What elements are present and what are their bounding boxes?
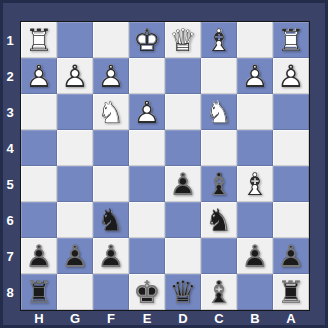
black-pawn[interactable]: ♟♙: [165, 166, 201, 202]
piece-glyph-solid: ♟: [57, 58, 93, 94]
square-c1[interactable]: ♝♗: [201, 22, 237, 58]
square-h4[interactable]: [21, 130, 57, 166]
square-e5[interactable]: [129, 166, 165, 202]
black-pawn[interactable]: ♟♙: [237, 238, 273, 274]
square-c2[interactable]: [201, 58, 237, 94]
piece-glyph-solid: ♟: [237, 58, 273, 94]
square-b1[interactable]: [237, 22, 273, 58]
piece-glyph-outline: ♗: [201, 22, 237, 58]
square-a3[interactable]: [273, 94, 309, 130]
black-pawn[interactable]: ♟♙: [273, 238, 309, 274]
white-queen[interactable]: ♛♕: [165, 22, 201, 58]
square-f5[interactable]: [93, 166, 129, 202]
piece-glyph-solid: ♝: [201, 166, 237, 202]
white-pawn[interactable]: ♟♙: [237, 58, 273, 94]
piece-glyph-outline: ♔: [129, 22, 165, 58]
piece-glyph-outline: ♙: [129, 94, 165, 130]
piece-glyph-solid: ♝: [201, 22, 237, 58]
piece-glyph-solid: ♞: [201, 94, 237, 130]
square-f2[interactable]: ♟♙: [93, 58, 129, 94]
square-d8[interactable]: ♛♕: [165, 274, 201, 310]
square-e4[interactable]: [129, 130, 165, 166]
piece-glyph-solid: ♟: [129, 94, 165, 130]
piece-glyph-solid: ♜: [273, 22, 309, 58]
file-label-g: G: [57, 311, 93, 325]
file-label-b: B: [237, 311, 273, 325]
piece-glyph-outline: ♙: [57, 238, 93, 274]
white-knight[interactable]: ♞♘: [93, 94, 129, 130]
piece-glyph-solid: ♟: [21, 58, 57, 94]
square-a1[interactable]: ♜♖: [273, 22, 309, 58]
piece-glyph-solid: ♞: [201, 202, 237, 238]
square-b3[interactable]: [237, 94, 273, 130]
piece-glyph-solid: ♝: [237, 166, 273, 202]
square-b4[interactable]: [237, 130, 273, 166]
black-bishop[interactable]: ♝♗: [201, 274, 237, 310]
file-label-d: D: [165, 311, 201, 325]
square-g6[interactable]: [57, 202, 93, 238]
square-d7[interactable]: [165, 238, 201, 274]
square-h1[interactable]: ♜♖: [21, 22, 57, 58]
white-pawn[interactable]: ♟♙: [93, 58, 129, 94]
piece-glyph-solid: ♟: [273, 58, 309, 94]
piece-glyph-outline: ♗: [201, 166, 237, 202]
piece-glyph-outline: ♘: [201, 94, 237, 130]
square-d3[interactable]: [165, 94, 201, 130]
piece-glyph-outline: ♖: [273, 274, 309, 310]
piece-glyph-outline: ♙: [237, 58, 273, 94]
white-king[interactable]: ♚♔: [129, 22, 165, 58]
square-a7[interactable]: ♟♙: [273, 238, 309, 274]
chess-board: ♜♖♚♔♛♕♝♗♜♖♟♙♟♙♟♙♟♙♟♙♞♘♟♙♞♘♟♙♝♗♝♗♞♘♞♘♟♙♟♙…: [20, 21, 310, 311]
piece-glyph-solid: ♟: [57, 238, 93, 274]
square-e6[interactable]: [129, 202, 165, 238]
black-knight[interactable]: ♞♘: [201, 202, 237, 238]
piece-glyph-outline: ♘: [93, 202, 129, 238]
piece-glyph-outline: ♙: [237, 238, 273, 274]
white-pawn[interactable]: ♟♙: [21, 58, 57, 94]
square-g7[interactable]: ♟♙: [57, 238, 93, 274]
square-h2[interactable]: ♟♙: [21, 58, 57, 94]
piece-glyph-outline: ♙: [21, 238, 57, 274]
square-e8[interactable]: ♚♔: [129, 274, 165, 310]
square-h8[interactable]: ♜♖: [21, 274, 57, 310]
square-f3[interactable]: ♞♘: [93, 94, 129, 130]
piece-glyph-outline: ♔: [129, 274, 165, 310]
piece-glyph-solid: ♟: [237, 238, 273, 274]
square-e3[interactable]: ♟♙: [129, 94, 165, 130]
square-a5[interactable]: [273, 166, 309, 202]
rank-label-2: 2: [0, 58, 20, 94]
piece-glyph-outline: ♙: [273, 238, 309, 274]
piece-glyph-outline: ♙: [273, 58, 309, 94]
square-g5[interactable]: [57, 166, 93, 202]
piece-glyph-solid: ♞: [93, 202, 129, 238]
square-h6[interactable]: [21, 202, 57, 238]
black-bishop[interactable]: ♝♗: [201, 166, 237, 202]
white-pawn[interactable]: ♟♙: [57, 58, 93, 94]
square-g1[interactable]: [57, 22, 93, 58]
black-queen[interactable]: ♛♕: [165, 274, 201, 310]
square-b7[interactable]: ♟♙: [237, 238, 273, 274]
white-rook[interactable]: ♜♖: [21, 22, 57, 58]
square-g8[interactable]: [57, 274, 93, 310]
black-king[interactable]: ♚♔: [129, 274, 165, 310]
piece-glyph-solid: ♚: [129, 22, 165, 58]
black-rook[interactable]: ♜♖: [273, 274, 309, 310]
piece-glyph-solid: ♟: [93, 238, 129, 274]
square-h7[interactable]: ♟♙: [21, 238, 57, 274]
file-labels: HGFEDCBA: [21, 311, 309, 325]
piece-glyph-solid: ♟: [273, 238, 309, 274]
rank-label-4: 4: [0, 130, 20, 166]
white-pawn[interactable]: ♟♙: [129, 94, 165, 130]
square-e1[interactable]: ♚♔: [129, 22, 165, 58]
file-label-a: A: [273, 311, 309, 325]
rank-labels: 12345678: [0, 22, 20, 310]
piece-glyph-outline: ♙: [57, 58, 93, 94]
white-rook[interactable]: ♜♖: [273, 22, 309, 58]
square-b5[interactable]: ♝♗: [237, 166, 273, 202]
square-b2[interactable]: ♟♙: [237, 58, 273, 94]
square-c7[interactable]: [201, 238, 237, 274]
piece-glyph-outline: ♗: [237, 166, 273, 202]
file-label-c: C: [201, 311, 237, 325]
black-pawn[interactable]: ♟♙: [57, 238, 93, 274]
piece-glyph-solid: ♜: [21, 274, 57, 310]
piece-glyph-outline: ♘: [93, 94, 129, 130]
square-f7[interactable]: ♟♙: [93, 238, 129, 274]
black-pawn[interactable]: ♟♙: [21, 238, 57, 274]
black-knight[interactable]: ♞♘: [93, 202, 129, 238]
square-e7[interactable]: [129, 238, 165, 274]
rank-label-8: 8: [0, 274, 20, 310]
piece-glyph-solid: ♛: [165, 274, 201, 310]
square-a8[interactable]: ♜♖: [273, 274, 309, 310]
square-a4[interactable]: [273, 130, 309, 166]
piece-glyph-outline: ♕: [165, 274, 201, 310]
square-c4[interactable]: [201, 130, 237, 166]
square-g4[interactable]: [57, 130, 93, 166]
rank-label-1: 1: [0, 22, 20, 58]
square-h3[interactable]: [21, 94, 57, 130]
black-rook[interactable]: ♜♖: [21, 274, 57, 310]
piece-glyph-outline: ♙: [21, 58, 57, 94]
file-label-h: H: [21, 311, 57, 325]
piece-glyph-solid: ♜: [273, 274, 309, 310]
square-g3[interactable]: [57, 94, 93, 130]
square-d5[interactable]: ♟♙: [165, 166, 201, 202]
square-f8[interactable]: [93, 274, 129, 310]
square-e2[interactable]: [129, 58, 165, 94]
white-bishop[interactable]: ♝♗: [201, 22, 237, 58]
piece-glyph-solid: ♟: [21, 238, 57, 274]
file-label-e: E: [129, 311, 165, 325]
square-c5[interactable]: ♝♗: [201, 166, 237, 202]
square-a6[interactable]: [273, 202, 309, 238]
square-f4[interactable]: [93, 130, 129, 166]
piece-glyph-solid: ♛: [165, 22, 201, 58]
white-pawn[interactable]: ♟♙: [273, 58, 309, 94]
chess-board-frame: 12345678 ♜♖♚♔♛♕♝♗♜♖♟♙♟♙♟♙♟♙♟♙♞♘♟♙♞♘♟♙♝♗♝…: [0, 0, 328, 328]
square-c3[interactable]: ♞♘: [201, 94, 237, 130]
rank-label-5: 5: [0, 166, 20, 202]
square-c6[interactable]: ♞♘: [201, 202, 237, 238]
piece-glyph-solid: ♞: [93, 94, 129, 130]
piece-glyph-outline: ♖: [21, 274, 57, 310]
square-h5[interactable]: [21, 166, 57, 202]
piece-glyph-solid: ♚: [129, 274, 165, 310]
white-knight[interactable]: ♞♘: [201, 94, 237, 130]
square-d6[interactable]: [165, 202, 201, 238]
piece-glyph-outline: ♖: [21, 22, 57, 58]
piece-glyph-solid: ♟: [165, 166, 201, 202]
square-d2[interactable]: [165, 58, 201, 94]
white-bishop[interactable]: ♝♗: [237, 166, 273, 202]
rank-label-6: 6: [0, 202, 20, 238]
square-a2[interactable]: ♟♙: [273, 58, 309, 94]
rank-label-7: 7: [0, 238, 20, 274]
square-f6[interactable]: ♞♘: [93, 202, 129, 238]
square-b8[interactable]: [237, 274, 273, 310]
square-d4[interactable]: [165, 130, 201, 166]
piece-glyph-outline: ♙: [93, 238, 129, 274]
piece-glyph-solid: ♜: [21, 22, 57, 58]
piece-glyph-outline: ♘: [201, 202, 237, 238]
square-b6[interactable]: [237, 202, 273, 238]
piece-glyph-outline: ♖: [273, 22, 309, 58]
piece-glyph-solid: ♟: [93, 58, 129, 94]
square-g2[interactable]: ♟♙: [57, 58, 93, 94]
file-label-f: F: [93, 311, 129, 325]
rank-label-3: 3: [0, 94, 20, 130]
square-d1[interactable]: ♛♕: [165, 22, 201, 58]
black-pawn[interactable]: ♟♙: [93, 238, 129, 274]
piece-glyph-outline: ♗: [201, 274, 237, 310]
square-c8[interactable]: ♝♗: [201, 274, 237, 310]
piece-glyph-outline: ♙: [165, 166, 201, 202]
square-f1[interactable]: [93, 22, 129, 58]
piece-glyph-outline: ♙: [93, 58, 129, 94]
piece-glyph-solid: ♝: [201, 274, 237, 310]
piece-glyph-outline: ♕: [165, 22, 201, 58]
